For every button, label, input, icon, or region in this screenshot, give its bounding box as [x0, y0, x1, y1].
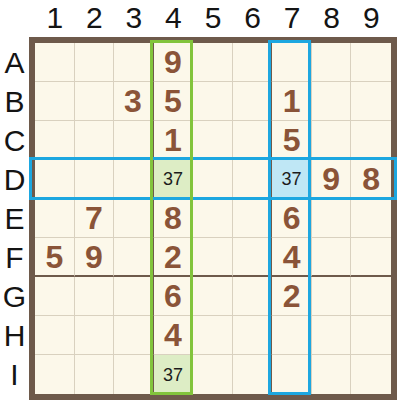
cell-A4[interactable]: 9: [154, 43, 194, 82]
column-label-4: 4: [154, 0, 194, 35]
cell-H8[interactable]: [312, 316, 352, 355]
column-label-9: 9: [351, 0, 391, 35]
cell-B3[interactable]: 3: [114, 82, 154, 121]
cell-F9[interactable]: [351, 238, 391, 277]
row-labels: ABCDEFGHI: [0, 43, 29, 394]
cell-G8[interactable]: [312, 277, 352, 316]
cell-D7[interactable]: 37: [272, 160, 312, 199]
column-label-8: 8: [312, 0, 352, 35]
row-label-E: E: [0, 199, 29, 238]
cell-D9[interactable]: 8: [351, 160, 391, 199]
cell-A5[interactable]: [193, 43, 233, 82]
given-digit: 6: [283, 202, 301, 234]
cell-G2[interactable]: [75, 277, 115, 316]
cell-B5[interactable]: [193, 82, 233, 121]
row-label-B: B: [0, 82, 29, 121]
cell-D3[interactable]: [114, 160, 154, 199]
cell-G5[interactable]: [193, 277, 233, 316]
row-label-C: C: [0, 121, 29, 160]
cell-A9[interactable]: [351, 43, 391, 82]
cell-I3[interactable]: [114, 355, 154, 394]
cell-F7[interactable]: 4: [272, 238, 312, 277]
cell-H2[interactable]: [75, 316, 115, 355]
cell-I7[interactable]: [272, 355, 312, 394]
cell-G1[interactable]: [35, 277, 75, 316]
cell-C2[interactable]: [75, 121, 115, 160]
column-label-6: 6: [233, 0, 273, 35]
given-digit: 9: [164, 46, 182, 78]
cell-I4[interactable]: 37: [154, 355, 194, 394]
cell-E6[interactable]: [233, 199, 273, 238]
given-digit: 7: [85, 202, 103, 234]
given-digit: 5: [45, 241, 63, 273]
cell-E7[interactable]: 6: [272, 199, 312, 238]
cell-D4[interactable]: 37: [154, 160, 194, 199]
given-digit: 5: [164, 85, 182, 117]
cell-G6[interactable]: [233, 277, 273, 316]
cell-H7[interactable]: [272, 316, 312, 355]
cell-F4[interactable]: 2: [154, 238, 194, 277]
given-digit: 2: [283, 280, 301, 312]
cell-D6[interactable]: [233, 160, 273, 199]
given-digit: 1: [283, 85, 301, 117]
column-label-3: 3: [114, 0, 154, 35]
column-label-7: 7: [272, 0, 312, 35]
cell-F3[interactable]: [114, 238, 154, 277]
cell-C5[interactable]: [193, 121, 233, 160]
cell-A3[interactable]: [114, 43, 154, 82]
cell-D1[interactable]: [35, 160, 75, 199]
cell-B7[interactable]: 1: [272, 82, 312, 121]
cell-A8[interactable]: [312, 43, 352, 82]
sudoku-app: 123456789 ABCDEFGHI 93511537379878659246…: [0, 0, 400, 406]
cell-G4[interactable]: 6: [154, 277, 194, 316]
cell-C4[interactable]: 1: [154, 121, 194, 160]
cell-A6[interactable]: [233, 43, 273, 82]
given-digit: 9: [322, 163, 340, 195]
cell-D5[interactable]: [193, 160, 233, 199]
given-digit: 1: [164, 124, 182, 156]
cell-G7[interactable]: 2: [272, 277, 312, 316]
cell-D2[interactable]: [75, 160, 115, 199]
cell-I1[interactable]: [35, 355, 75, 394]
given-digit: 8: [362, 163, 380, 195]
sudoku-grid: 935115373798786592462437: [29, 37, 397, 400]
cell-D8[interactable]: 9: [312, 160, 352, 199]
cell-C8[interactable]: [312, 121, 352, 160]
row-label-F: F: [0, 238, 29, 277]
sudoku-board: 935115373798786592462437: [29, 37, 397, 400]
row-label-G: G: [0, 277, 29, 316]
cell-B9[interactable]: [351, 82, 391, 121]
column-label-5: 5: [193, 0, 233, 35]
cell-B6[interactable]: [233, 82, 273, 121]
cell-E1[interactable]: [35, 199, 75, 238]
cell-H5[interactable]: [193, 316, 233, 355]
cell-E3[interactable]: [114, 199, 154, 238]
cell-B8[interactable]: [312, 82, 352, 121]
cell-C7[interactable]: 5: [272, 121, 312, 160]
given-digit: 5: [283, 124, 301, 156]
column-label-2: 2: [75, 0, 115, 35]
candidate-digits: 37: [282, 170, 302, 188]
cell-C6[interactable]: [233, 121, 273, 160]
cell-A7[interactable]: [272, 43, 312, 82]
cell-I8[interactable]: [312, 355, 352, 394]
candidate-digits: 37: [163, 170, 183, 188]
cell-C1[interactable]: [35, 121, 75, 160]
given-digit: 2: [164, 241, 182, 273]
column-label-1: 1: [35, 0, 75, 35]
cell-E8[interactable]: [312, 199, 352, 238]
cell-H9[interactable]: [351, 316, 391, 355]
cell-H1[interactable]: [35, 316, 75, 355]
given-digit: 9: [85, 241, 103, 273]
cell-E4[interactable]: 8: [154, 199, 194, 238]
cell-I9[interactable]: [351, 355, 391, 394]
given-digit: 3: [124, 85, 142, 117]
cell-F2[interactable]: 9: [75, 238, 115, 277]
cell-F1[interactable]: 5: [35, 238, 75, 277]
given-digit: 4: [283, 241, 301, 273]
cell-I2[interactable]: [75, 355, 115, 394]
cell-E2[interactable]: 7: [75, 199, 115, 238]
row-label-A: A: [0, 43, 29, 82]
cell-F8[interactable]: [312, 238, 352, 277]
cell-G3[interactable]: [114, 277, 154, 316]
cell-I5[interactable]: [193, 355, 233, 394]
cell-G9[interactable]: [351, 277, 391, 316]
cell-I6[interactable]: [233, 355, 273, 394]
row-label-D: D: [0, 160, 29, 199]
cell-E9[interactable]: [351, 199, 391, 238]
cell-H4[interactable]: 4: [154, 316, 194, 355]
candidate-digits: 37: [163, 366, 183, 384]
cell-E5[interactable]: [193, 199, 233, 238]
cell-H6[interactable]: [233, 316, 273, 355]
cell-F6[interactable]: [233, 238, 273, 277]
row-label-I: I: [0, 355, 29, 394]
cell-B4[interactable]: 5: [154, 82, 194, 121]
column-labels: 123456789: [35, 0, 391, 35]
cell-F5[interactable]: [193, 238, 233, 277]
cell-B1[interactable]: [35, 82, 75, 121]
given-digit: 8: [164, 202, 182, 234]
given-digit: 6: [164, 280, 182, 312]
row-label-H: H: [0, 316, 29, 355]
cell-C3[interactable]: [114, 121, 154, 160]
given-digit: 4: [164, 319, 182, 351]
cell-C9[interactable]: [351, 121, 391, 160]
cell-A2[interactable]: [75, 43, 115, 82]
cell-B2[interactable]: [75, 82, 115, 121]
cell-A1[interactable]: [35, 43, 75, 82]
cell-H3[interactable]: [114, 316, 154, 355]
